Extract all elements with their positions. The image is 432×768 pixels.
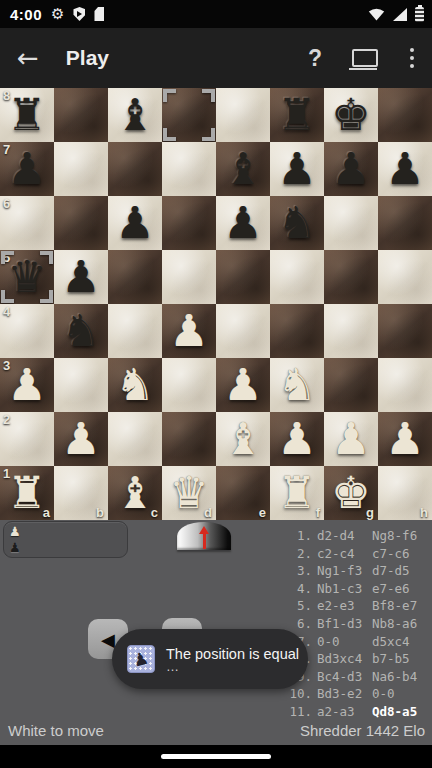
rank-label: 2	[3, 412, 10, 427]
square-a8[interactable]: 8♜	[0, 88, 54, 142]
piece-white-pawn: ♟	[216, 358, 270, 412]
android-status-bar: 4:00 ⚙	[0, 0, 432, 28]
engine-strength: Shredder 1442 Elo	[300, 722, 425, 739]
square-d1[interactable]: d♛	[162, 466, 216, 520]
square-e5[interactable]	[216, 250, 270, 304]
piece-black-knight: ♞	[54, 304, 108, 358]
shredder-logo-icon: ♟	[127, 645, 155, 673]
rank-label: 6	[3, 196, 10, 211]
white-move[interactable]: Nb1-c3	[317, 580, 372, 598]
file-label: c	[151, 505, 158, 520]
black-move[interactable]: Na6-b4	[372, 668, 417, 686]
square-g2[interactable]: ♟	[324, 412, 378, 466]
square-h8[interactable]	[378, 88, 432, 142]
square-f7[interactable]: ♟	[270, 142, 324, 196]
square-e6[interactable]: ♟	[216, 196, 270, 250]
captured-black-pawn: ♟	[9, 541, 21, 554]
piece-black-king: ♚	[324, 88, 378, 142]
square-f8[interactable]: ♜	[270, 88, 324, 142]
move-number: 11.	[288, 703, 312, 721]
clock: 4:00	[10, 6, 42, 23]
square-d3[interactable]	[162, 358, 216, 412]
piece-white-knight: ♞	[270, 358, 324, 412]
move-number: 10.	[288, 685, 312, 703]
piece-white-bishop: ♝	[216, 412, 270, 466]
last-move-marker	[1, 251, 53, 303]
square-h5[interactable]	[378, 250, 432, 304]
white-move[interactable]: c2-c4	[317, 545, 372, 563]
square-c6[interactable]: ♟	[108, 196, 162, 250]
white-move[interactable]: 0-0	[317, 633, 372, 651]
square-f1[interactable]: f♜	[270, 466, 324, 520]
sd-card-icon	[94, 7, 104, 21]
wifi-icon	[368, 8, 385, 21]
file-label: d	[204, 505, 212, 520]
piece-black-pawn: ♟	[378, 142, 432, 196]
black-move[interactable]: Bf8-e7	[372, 597, 417, 615]
piece-black-pawn: ♟	[54, 250, 108, 304]
file-label: b	[96, 505, 104, 520]
rank-label: 7	[3, 142, 10, 157]
square-g6[interactable]	[324, 196, 378, 250]
square-f6[interactable]: ♞	[270, 196, 324, 250]
move-number: 2.	[288, 545, 312, 563]
piece-black-rook: ♜	[270, 88, 324, 142]
move-number: 3.	[288, 562, 312, 580]
back-arrow-icon[interactable]: ←	[17, 45, 39, 71]
piece-black-pawn: ♟	[216, 196, 270, 250]
black-move[interactable]: 0-0	[372, 685, 395, 703]
rank-label: 1	[3, 466, 10, 481]
square-d5[interactable]	[162, 250, 216, 304]
square-a3[interactable]: 3♟	[0, 358, 54, 412]
square-d7[interactable]	[162, 142, 216, 196]
square-e3[interactable]: ♟	[216, 358, 270, 412]
square-b2[interactable]: ♟	[54, 412, 108, 466]
rank-label: 3	[3, 358, 10, 373]
square-h2[interactable]: ♟	[378, 412, 432, 466]
white-move[interactable]: e2-e3	[317, 597, 372, 615]
white-move[interactable]: Bf1-d3	[317, 615, 372, 633]
square-d2[interactable]	[162, 412, 216, 466]
move-list: 1.d2-d4Ng8-f62.c2-c4c7-c63.Ng1-f3d7-d54.…	[288, 527, 432, 721]
white-move[interactable]: Bd3-e2	[317, 685, 372, 703]
square-d6[interactable]	[162, 196, 216, 250]
piece-black-pawn: ♟	[324, 142, 378, 196]
evaluation-gauge	[177, 522, 231, 550]
square-h7[interactable]: ♟	[378, 142, 432, 196]
square-e2[interactable]: ♝	[216, 412, 270, 466]
help-icon[interactable]: ?	[308, 45, 322, 72]
piece-white-pawn: ♟	[378, 412, 432, 466]
square-f4[interactable]	[270, 304, 324, 358]
captured-white-pawn: ♟	[9, 525, 21, 538]
piece-black-pawn: ♟	[108, 196, 162, 250]
app-bar: ← Play ?	[0, 28, 432, 88]
black-move[interactable]: d5xc4	[372, 633, 410, 651]
square-c1[interactable]: c♝	[108, 466, 162, 520]
square-e7[interactable]: ♝	[216, 142, 270, 196]
square-b3[interactable]	[54, 358, 108, 412]
move-row[interactable]: 1.d2-d4Ng8-f6	[288, 527, 432, 545]
square-a2[interactable]: 2	[0, 412, 54, 466]
move-row[interactable]: 7.0-0d5xc4	[288, 633, 432, 651]
square-c2[interactable]	[108, 412, 162, 466]
piece-black-pawn: ♟	[270, 142, 324, 196]
phone-screen: 4:00 ⚙ ← Play ? 8♜♝ ♜♚7♟♝♟♟♟6♟♟♞5♛ ♟4♞♟3…	[0, 0, 432, 768]
gear-icon: ⚙	[51, 7, 64, 22]
black-move[interactable]: c7-c6	[372, 545, 410, 563]
square-h1[interactable]: h	[378, 466, 432, 520]
file-label: e	[259, 505, 266, 520]
piece-black-bishop: ♝	[108, 88, 162, 142]
square-g7[interactable]: ♟	[324, 142, 378, 196]
file-label: h	[420, 505, 428, 520]
square-a1[interactable]: 1a♜	[0, 466, 54, 520]
chess-board: 8♜♝ ♜♚7♟♝♟♟♟6♟♟♞5♛ ♟4♞♟3♟♞♟♞2♟♝♟♟♟1a♜bc♝…	[0, 88, 432, 520]
gesture-pill[interactable]	[161, 754, 271, 759]
piece-white-pawn: ♟	[270, 412, 324, 466]
move-row[interactable]: 6.Bf1-d3Nb8-a6	[288, 615, 432, 633]
square-b4[interactable]: ♞	[54, 304, 108, 358]
move-number: 5.	[288, 597, 312, 615]
square-a5[interactable]: 5♛	[0, 250, 54, 304]
white-move[interactable]: Ng1-f3	[317, 562, 372, 580]
cell-signal-icon	[393, 8, 407, 21]
file-label: a	[43, 505, 50, 520]
black-move[interactable]: e7-e6	[372, 580, 410, 598]
move-row[interactable]: 3.Ng1-f3d7-d5	[288, 562, 432, 580]
move-row[interactable]: 11.a2-a3Qd8-a5	[288, 703, 432, 721]
piece-black-knight: ♞	[270, 196, 324, 250]
square-f3[interactable]: ♞	[270, 358, 324, 412]
rank-label: 4	[3, 304, 10, 319]
square-c4[interactable]	[108, 304, 162, 358]
gauge-needle	[203, 533, 206, 549]
white-move[interactable]: d2-d4	[317, 527, 372, 545]
square-e8[interactable]	[216, 88, 270, 142]
move-number: 4.	[288, 580, 312, 598]
square-c8[interactable]: ♝	[108, 88, 162, 142]
square-b1[interactable]: b	[54, 466, 108, 520]
toast-ellipsis: …	[166, 662, 299, 672]
toast-message: The position is equal	[166, 646, 299, 662]
rank-label: 8	[3, 88, 10, 103]
white-move[interactable]: Bc4-d3	[317, 668, 372, 686]
piece-white-pawn: ♟	[324, 412, 378, 466]
square-c7[interactable]	[108, 142, 162, 196]
move-row[interactable]: 10.Bd3-e20-0	[288, 685, 432, 703]
move-row[interactable]: 5.e2-e3Bf8-e7	[288, 597, 432, 615]
square-f5[interactable]	[270, 250, 324, 304]
piece-white-knight: ♞	[108, 358, 162, 412]
computer-board-icon[interactable]	[352, 49, 378, 67]
square-h3[interactable]	[378, 358, 432, 412]
piece-black-bishop: ♝	[216, 142, 270, 196]
move-row[interactable]: 9.Bc4-d3Na6-b4	[288, 668, 432, 686]
move-row[interactable]: 4.Nb1-c3e7-e6	[288, 580, 432, 598]
file-label: f	[316, 505, 320, 520]
square-g8[interactable]: ♚	[324, 88, 378, 142]
square-g4[interactable]	[324, 304, 378, 358]
captured-pieces-tray: ♟ ♟	[3, 521, 128, 558]
square-f2[interactable]: ♟	[270, 412, 324, 466]
square-g1[interactable]: g♚	[324, 466, 378, 520]
piece-white-pawn: ♟	[162, 304, 216, 358]
engine-message-toast: ♟ The position is equal …	[112, 629, 308, 689]
square-e1[interactable]: e	[216, 466, 270, 520]
move-row[interactable]: 8.Bd3xc4b7-b5	[288, 650, 432, 668]
turn-indicator: White to move	[8, 722, 104, 739]
square-b5[interactable]: ♟	[54, 250, 108, 304]
square-b7[interactable]	[54, 142, 108, 196]
square-h6[interactable]	[378, 196, 432, 250]
black-move[interactable]: Ng8-f6	[372, 527, 417, 545]
black-move[interactable]: Qd8-a5	[372, 703, 417, 721]
square-h4[interactable]	[378, 304, 432, 358]
overflow-menu-icon[interactable]	[410, 46, 414, 70]
square-d4[interactable]: ♟	[162, 304, 216, 358]
square-b8[interactable]	[54, 88, 108, 142]
play-protect-shield-icon	[73, 7, 85, 21]
last-move-marker	[163, 89, 215, 141]
move-number: 1.	[288, 527, 312, 545]
square-c3[interactable]: ♞	[108, 358, 162, 412]
file-label: g	[366, 505, 374, 520]
square-b6[interactable]	[54, 196, 108, 250]
piece-white-pawn: ♟	[54, 412, 108, 466]
black-move[interactable]: b7-b5	[372, 650, 410, 668]
move-number: 6.	[288, 615, 312, 633]
square-g5[interactable]	[324, 250, 378, 304]
white-move[interactable]: a2-a3	[317, 703, 372, 721]
square-g3[interactable]	[324, 358, 378, 412]
black-move[interactable]: d7-d5	[372, 562, 410, 580]
battery-icon	[415, 7, 424, 22]
black-move[interactable]: Nb8-a6	[372, 615, 417, 633]
square-d8[interactable]	[162, 88, 216, 142]
move-row[interactable]: 2.c2-c4c7-c6	[288, 545, 432, 563]
square-a7[interactable]: 7♟	[0, 142, 54, 196]
square-a6[interactable]: 6	[0, 196, 54, 250]
square-c5[interactable]	[108, 250, 162, 304]
square-a4[interactable]: 4	[0, 304, 54, 358]
white-move[interactable]: Bd3xc4	[317, 650, 372, 668]
square-e4[interactable]	[216, 304, 270, 358]
page-title: Play	[66, 46, 109, 70]
